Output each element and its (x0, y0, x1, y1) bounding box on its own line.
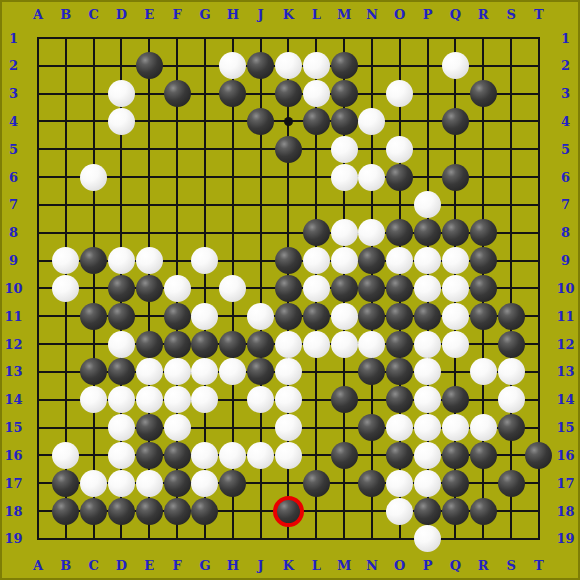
point-L9[interactable] (302, 247, 330, 275)
point-S13[interactable] (497, 358, 525, 386)
point-K10[interactable] (275, 275, 303, 303)
point-O2[interactable] (386, 52, 414, 80)
point-O16[interactable] (386, 442, 414, 470)
point-P10[interactable] (414, 275, 442, 303)
point-C15[interactable] (80, 414, 108, 442)
point-C2[interactable] (80, 52, 108, 80)
point-D5[interactable] (108, 135, 136, 163)
point-G3[interactable] (191, 80, 219, 108)
point-S7[interactable] (497, 191, 525, 219)
point-J14[interactable] (247, 386, 275, 414)
point-F3[interactable] (163, 80, 191, 108)
point-H2[interactable] (219, 52, 247, 80)
point-R15[interactable] (469, 414, 497, 442)
point-F16[interactable] (163, 442, 191, 470)
point-Q11[interactable] (442, 302, 470, 330)
point-T14[interactable] (525, 386, 553, 414)
point-Q1[interactable] (442, 24, 470, 52)
point-J18[interactable] (247, 497, 275, 525)
point-O10[interactable] (386, 275, 414, 303)
point-S17[interactable] (497, 469, 525, 497)
point-Q16[interactable] (442, 442, 470, 470)
point-K3[interactable] (275, 80, 303, 108)
point-P5[interactable] (414, 135, 442, 163)
point-B10[interactable] (52, 275, 80, 303)
point-Q18[interactable] (442, 497, 470, 525)
point-A1[interactable] (24, 24, 52, 52)
point-D10[interactable] (108, 275, 136, 303)
point-J16[interactable] (247, 442, 275, 470)
point-R10[interactable] (469, 275, 497, 303)
point-Q7[interactable] (442, 191, 470, 219)
point-J2[interactable] (247, 52, 275, 80)
point-E14[interactable] (135, 386, 163, 414)
point-M18[interactable] (330, 497, 358, 525)
point-F9[interactable] (163, 247, 191, 275)
point-R7[interactable] (469, 191, 497, 219)
point-F1[interactable] (163, 24, 191, 52)
point-Q10[interactable] (442, 275, 470, 303)
point-N9[interactable] (358, 247, 386, 275)
point-K17[interactable] (275, 469, 303, 497)
point-D9[interactable] (108, 247, 136, 275)
point-O14[interactable] (386, 386, 414, 414)
point-T3[interactable] (525, 80, 553, 108)
point-N5[interactable] (358, 135, 386, 163)
point-S2[interactable] (497, 52, 525, 80)
point-G13[interactable] (191, 358, 219, 386)
point-T11[interactable] (525, 302, 553, 330)
point-A3[interactable] (24, 80, 52, 108)
point-T12[interactable] (525, 330, 553, 358)
point-J8[interactable] (247, 219, 275, 247)
point-T7[interactable] (525, 191, 553, 219)
point-A11[interactable] (24, 302, 52, 330)
point-K18[interactable] (275, 497, 303, 525)
point-P7[interactable] (414, 191, 442, 219)
point-P14[interactable] (414, 386, 442, 414)
point-A5[interactable] (24, 135, 52, 163)
point-E13[interactable] (135, 358, 163, 386)
point-M13[interactable] (330, 358, 358, 386)
point-C7[interactable] (80, 191, 108, 219)
point-Q13[interactable] (442, 358, 470, 386)
point-A4[interactable] (24, 108, 52, 136)
point-J19[interactable] (247, 525, 275, 553)
point-P13[interactable] (414, 358, 442, 386)
point-N3[interactable] (358, 80, 386, 108)
point-J3[interactable] (247, 80, 275, 108)
point-E16[interactable] (135, 442, 163, 470)
point-M7[interactable] (330, 191, 358, 219)
point-A16[interactable] (24, 442, 52, 470)
point-K4[interactable] (275, 108, 303, 136)
point-Q5[interactable] (442, 135, 470, 163)
point-J17[interactable] (247, 469, 275, 497)
point-G18[interactable] (191, 497, 219, 525)
point-M12[interactable] (330, 330, 358, 358)
point-G6[interactable] (191, 163, 219, 191)
point-G17[interactable] (191, 469, 219, 497)
point-L18[interactable] (302, 497, 330, 525)
point-O12[interactable] (386, 330, 414, 358)
point-F15[interactable] (163, 414, 191, 442)
point-L12[interactable] (302, 330, 330, 358)
point-O8[interactable] (386, 219, 414, 247)
point-L2[interactable] (302, 52, 330, 80)
point-D16[interactable] (108, 442, 136, 470)
point-G7[interactable] (191, 191, 219, 219)
point-G15[interactable] (191, 414, 219, 442)
point-H9[interactable] (219, 247, 247, 275)
point-S19[interactable] (497, 525, 525, 553)
point-N12[interactable] (358, 330, 386, 358)
point-M6[interactable] (330, 163, 358, 191)
point-R9[interactable] (469, 247, 497, 275)
point-H13[interactable] (219, 358, 247, 386)
point-R17[interactable] (469, 469, 497, 497)
point-S11[interactable] (497, 302, 525, 330)
point-P4[interactable] (414, 108, 442, 136)
point-E9[interactable] (135, 247, 163, 275)
point-H12[interactable] (219, 330, 247, 358)
point-B11[interactable] (52, 302, 80, 330)
point-E1[interactable] (135, 24, 163, 52)
point-E19[interactable] (135, 525, 163, 553)
point-F10[interactable] (163, 275, 191, 303)
point-D14[interactable] (108, 386, 136, 414)
point-B6[interactable] (52, 163, 80, 191)
point-G8[interactable] (191, 219, 219, 247)
point-O15[interactable] (386, 414, 414, 442)
point-E7[interactable] (135, 191, 163, 219)
point-H3[interactable] (219, 80, 247, 108)
point-Q6[interactable] (442, 163, 470, 191)
point-S16[interactable] (497, 442, 525, 470)
point-M15[interactable] (330, 414, 358, 442)
point-K12[interactable] (275, 330, 303, 358)
point-P18[interactable] (414, 497, 442, 525)
point-J13[interactable] (247, 358, 275, 386)
point-T2[interactable] (525, 52, 553, 80)
point-B1[interactable] (52, 24, 80, 52)
point-M2[interactable] (330, 52, 358, 80)
point-R2[interactable] (469, 52, 497, 80)
point-A12[interactable] (24, 330, 52, 358)
point-Q19[interactable] (442, 525, 470, 553)
point-B7[interactable] (52, 191, 80, 219)
point-P3[interactable] (414, 80, 442, 108)
point-T16[interactable] (525, 442, 553, 470)
point-D2[interactable] (108, 52, 136, 80)
point-A7[interactable] (24, 191, 52, 219)
point-F6[interactable] (163, 163, 191, 191)
point-C16[interactable] (80, 442, 108, 470)
point-R11[interactable] (469, 302, 497, 330)
point-P11[interactable] (414, 302, 442, 330)
point-D13[interactable] (108, 358, 136, 386)
point-L3[interactable] (302, 80, 330, 108)
point-N8[interactable] (358, 219, 386, 247)
point-B12[interactable] (52, 330, 80, 358)
point-F13[interactable] (163, 358, 191, 386)
point-C18[interactable] (80, 497, 108, 525)
point-N11[interactable] (358, 302, 386, 330)
point-G12[interactable] (191, 330, 219, 358)
point-N18[interactable] (358, 497, 386, 525)
point-G14[interactable] (191, 386, 219, 414)
point-N4[interactable] (358, 108, 386, 136)
point-E10[interactable] (135, 275, 163, 303)
point-G1[interactable] (191, 24, 219, 52)
point-C19[interactable] (80, 525, 108, 553)
point-O13[interactable] (386, 358, 414, 386)
point-K13[interactable] (275, 358, 303, 386)
point-C5[interactable] (80, 135, 108, 163)
point-F8[interactable] (163, 219, 191, 247)
point-B19[interactable] (52, 525, 80, 553)
point-N19[interactable] (358, 525, 386, 553)
point-D3[interactable] (108, 80, 136, 108)
point-T19[interactable] (525, 525, 553, 553)
point-S12[interactable] (497, 330, 525, 358)
point-L5[interactable] (302, 135, 330, 163)
point-H6[interactable] (219, 163, 247, 191)
point-B5[interactable] (52, 135, 80, 163)
point-Q17[interactable] (442, 469, 470, 497)
point-T17[interactable] (525, 469, 553, 497)
point-A9[interactable] (24, 247, 52, 275)
point-J6[interactable] (247, 163, 275, 191)
point-R14[interactable] (469, 386, 497, 414)
point-B3[interactable] (52, 80, 80, 108)
point-G9[interactable] (191, 247, 219, 275)
point-S18[interactable] (497, 497, 525, 525)
point-C4[interactable] (80, 108, 108, 136)
point-M14[interactable] (330, 386, 358, 414)
point-E2[interactable] (135, 52, 163, 80)
point-A10[interactable] (24, 275, 52, 303)
point-M5[interactable] (330, 135, 358, 163)
point-D17[interactable] (108, 469, 136, 497)
point-M19[interactable] (330, 525, 358, 553)
point-L17[interactable] (302, 469, 330, 497)
point-A8[interactable] (24, 219, 52, 247)
point-T1[interactable] (525, 24, 553, 52)
point-J15[interactable] (247, 414, 275, 442)
point-M9[interactable] (330, 247, 358, 275)
point-K15[interactable] (275, 414, 303, 442)
point-F17[interactable] (163, 469, 191, 497)
point-O1[interactable] (386, 24, 414, 52)
point-H14[interactable] (219, 386, 247, 414)
point-T8[interactable] (525, 219, 553, 247)
point-L4[interactable] (302, 108, 330, 136)
point-L10[interactable] (302, 275, 330, 303)
point-Q14[interactable] (442, 386, 470, 414)
point-L7[interactable] (302, 191, 330, 219)
point-P9[interactable] (414, 247, 442, 275)
point-N6[interactable] (358, 163, 386, 191)
point-C8[interactable] (80, 219, 108, 247)
point-B13[interactable] (52, 358, 80, 386)
point-N1[interactable] (358, 24, 386, 52)
point-N16[interactable] (358, 442, 386, 470)
point-A2[interactable] (24, 52, 52, 80)
point-G19[interactable] (191, 525, 219, 553)
point-B14[interactable] (52, 386, 80, 414)
point-K9[interactable] (275, 247, 303, 275)
point-H7[interactable] (219, 191, 247, 219)
point-H11[interactable] (219, 302, 247, 330)
point-B17[interactable] (52, 469, 80, 497)
point-N10[interactable] (358, 275, 386, 303)
point-L6[interactable] (302, 163, 330, 191)
point-T6[interactable] (525, 163, 553, 191)
point-E5[interactable] (135, 135, 163, 163)
point-T4[interactable] (525, 108, 553, 136)
point-Q12[interactable] (442, 330, 470, 358)
point-D4[interactable] (108, 108, 136, 136)
point-J7[interactable] (247, 191, 275, 219)
point-O9[interactable] (386, 247, 414, 275)
point-A15[interactable] (24, 414, 52, 442)
point-M16[interactable] (330, 442, 358, 470)
point-J9[interactable] (247, 247, 275, 275)
point-P8[interactable] (414, 219, 442, 247)
point-B16[interactable] (52, 442, 80, 470)
point-D15[interactable] (108, 414, 136, 442)
point-S15[interactable] (497, 414, 525, 442)
point-T15[interactable] (525, 414, 553, 442)
point-A14[interactable] (24, 386, 52, 414)
point-C3[interactable] (80, 80, 108, 108)
point-L19[interactable] (302, 525, 330, 553)
point-T13[interactable] (525, 358, 553, 386)
point-H18[interactable] (219, 497, 247, 525)
point-N2[interactable] (358, 52, 386, 80)
point-S1[interactable] (497, 24, 525, 52)
point-L14[interactable] (302, 386, 330, 414)
point-H4[interactable] (219, 108, 247, 136)
point-A17[interactable] (24, 469, 52, 497)
point-A13[interactable] (24, 358, 52, 386)
point-A19[interactable] (24, 525, 52, 553)
point-R13[interactable] (469, 358, 497, 386)
point-D11[interactable] (108, 302, 136, 330)
point-L15[interactable] (302, 414, 330, 442)
point-O5[interactable] (386, 135, 414, 163)
point-P2[interactable] (414, 52, 442, 80)
point-K5[interactable] (275, 135, 303, 163)
point-B18[interactable] (52, 497, 80, 525)
point-J11[interactable] (247, 302, 275, 330)
point-S5[interactable] (497, 135, 525, 163)
point-T9[interactable] (525, 247, 553, 275)
point-J5[interactable] (247, 135, 275, 163)
point-Q4[interactable] (442, 108, 470, 136)
point-S4[interactable] (497, 108, 525, 136)
point-D6[interactable] (108, 163, 136, 191)
point-B2[interactable] (52, 52, 80, 80)
point-K19[interactable] (275, 525, 303, 553)
point-F19[interactable] (163, 525, 191, 553)
point-E8[interactable] (135, 219, 163, 247)
point-D18[interactable] (108, 497, 136, 525)
point-A18[interactable] (24, 497, 52, 525)
point-K8[interactable] (275, 219, 303, 247)
point-E17[interactable] (135, 469, 163, 497)
point-G4[interactable] (191, 108, 219, 136)
point-P16[interactable] (414, 442, 442, 470)
point-G11[interactable] (191, 302, 219, 330)
point-E4[interactable] (135, 108, 163, 136)
point-K6[interactable] (275, 163, 303, 191)
point-H19[interactable] (219, 525, 247, 553)
point-O18[interactable] (386, 497, 414, 525)
point-S8[interactable] (497, 219, 525, 247)
point-O7[interactable] (386, 191, 414, 219)
point-Q2[interactable] (442, 52, 470, 80)
point-F4[interactable] (163, 108, 191, 136)
point-H16[interactable] (219, 442, 247, 470)
point-R16[interactable] (469, 442, 497, 470)
point-T5[interactable] (525, 135, 553, 163)
point-G2[interactable] (191, 52, 219, 80)
point-B9[interactable] (52, 247, 80, 275)
point-S9[interactable] (497, 247, 525, 275)
point-C11[interactable] (80, 302, 108, 330)
point-F2[interactable] (163, 52, 191, 80)
point-C6[interactable] (80, 163, 108, 191)
point-L16[interactable] (302, 442, 330, 470)
point-S3[interactable] (497, 80, 525, 108)
point-K14[interactable] (275, 386, 303, 414)
point-N14[interactable] (358, 386, 386, 414)
point-R18[interactable] (469, 497, 497, 525)
point-M4[interactable] (330, 108, 358, 136)
point-M8[interactable] (330, 219, 358, 247)
point-G5[interactable] (191, 135, 219, 163)
point-H10[interactable] (219, 275, 247, 303)
point-G16[interactable] (191, 442, 219, 470)
point-R6[interactable] (469, 163, 497, 191)
point-S14[interactable] (497, 386, 525, 414)
point-L11[interactable] (302, 302, 330, 330)
point-P17[interactable] (414, 469, 442, 497)
point-L8[interactable] (302, 219, 330, 247)
point-J1[interactable] (247, 24, 275, 52)
point-K2[interactable] (275, 52, 303, 80)
point-R4[interactable] (469, 108, 497, 136)
point-M3[interactable] (330, 80, 358, 108)
point-A6[interactable] (24, 163, 52, 191)
point-O3[interactable] (386, 80, 414, 108)
point-N13[interactable] (358, 358, 386, 386)
point-D19[interactable] (108, 525, 136, 553)
point-M17[interactable] (330, 469, 358, 497)
point-D12[interactable] (108, 330, 136, 358)
point-C17[interactable] (80, 469, 108, 497)
point-H5[interactable] (219, 135, 247, 163)
point-D1[interactable] (108, 24, 136, 52)
point-C9[interactable] (80, 247, 108, 275)
point-Q8[interactable] (442, 219, 470, 247)
point-K1[interactable] (275, 24, 303, 52)
point-K7[interactable] (275, 191, 303, 219)
point-Q15[interactable] (442, 414, 470, 442)
point-O19[interactable] (386, 525, 414, 553)
